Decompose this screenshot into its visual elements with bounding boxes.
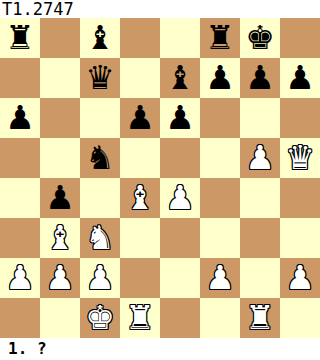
square-a7[interactable] (0, 58, 40, 98)
white-knight[interactable]: ♞ (85, 218, 115, 258)
square-a6[interactable]: ♟ (0, 98, 40, 138)
square-d3[interactable] (120, 218, 160, 258)
square-c6[interactable] (80, 98, 120, 138)
square-a5[interactable] (0, 138, 40, 178)
square-g1[interactable]: ♜ (240, 298, 280, 338)
square-a8[interactable]: ♜ (0, 18, 40, 58)
black-pawn[interactable]: ♟ (125, 98, 155, 138)
square-c5[interactable]: ♞ (80, 138, 120, 178)
white-queen[interactable]: ♛ (285, 138, 315, 178)
black-bishop[interactable]: ♝ (165, 58, 195, 98)
square-e3[interactable] (160, 218, 200, 258)
square-h1[interactable] (280, 298, 320, 338)
square-d7[interactable] (120, 58, 160, 98)
square-g5[interactable]: ♟ (240, 138, 280, 178)
square-f4[interactable] (200, 178, 240, 218)
square-f1[interactable] (200, 298, 240, 338)
black-knight[interactable]: ♞ (85, 138, 115, 178)
white-king[interactable]: ♚ (85, 298, 115, 338)
square-e2[interactable] (160, 258, 200, 298)
move-prompt: 1. ? (8, 340, 47, 358)
square-h8[interactable] (280, 18, 320, 58)
square-e1[interactable] (160, 298, 200, 338)
square-a2[interactable]: ♟ (0, 258, 40, 298)
square-a4[interactable] (0, 178, 40, 218)
square-b1[interactable] (40, 298, 80, 338)
square-h3[interactable] (280, 218, 320, 258)
black-pawn[interactable]: ♟ (165, 98, 195, 138)
square-f6[interactable] (200, 98, 240, 138)
square-f7[interactable]: ♟ (200, 58, 240, 98)
square-b3[interactable]: ♝ (40, 218, 80, 258)
square-a3[interactable] (0, 218, 40, 258)
square-e6[interactable]: ♟ (160, 98, 200, 138)
white-bishop[interactable]: ♝ (125, 178, 155, 218)
square-g8[interactable]: ♚ (240, 18, 280, 58)
square-b4[interactable]: ♟ (40, 178, 80, 218)
square-b6[interactable] (40, 98, 80, 138)
square-g7[interactable]: ♟ (240, 58, 280, 98)
square-e8[interactable] (160, 18, 200, 58)
square-h5[interactable]: ♛ (280, 138, 320, 178)
white-pawn[interactable]: ♟ (85, 258, 115, 298)
white-rook[interactable]: ♜ (245, 298, 275, 338)
black-pawn[interactable]: ♟ (245, 58, 275, 98)
white-bishop[interactable]: ♝ (45, 218, 75, 258)
square-h6[interactable] (280, 98, 320, 138)
square-a1[interactable] (0, 298, 40, 338)
square-e4[interactable]: ♟ (160, 178, 200, 218)
black-rook[interactable]: ♜ (5, 18, 35, 58)
square-c4[interactable] (80, 178, 120, 218)
square-f5[interactable] (200, 138, 240, 178)
white-pawn[interactable]: ♟ (165, 178, 195, 218)
square-h2[interactable]: ♟ (280, 258, 320, 298)
square-h4[interactable] (280, 178, 320, 218)
black-pawn[interactable]: ♟ (205, 58, 235, 98)
square-d6[interactable]: ♟ (120, 98, 160, 138)
square-f8[interactable]: ♜ (200, 18, 240, 58)
square-d8[interactable] (120, 18, 160, 58)
position-id: T1.2747 (2, 0, 74, 18)
square-e5[interactable] (160, 138, 200, 178)
white-pawn[interactable]: ♟ (245, 138, 275, 178)
black-pawn[interactable]: ♟ (45, 178, 75, 218)
square-c7[interactable]: ♛ (80, 58, 120, 98)
black-pawn[interactable]: ♟ (5, 98, 35, 138)
square-c8[interactable]: ♝ (80, 18, 120, 58)
square-d4[interactable]: ♝ (120, 178, 160, 218)
square-b8[interactable] (40, 18, 80, 58)
white-pawn[interactable]: ♟ (205, 258, 235, 298)
chess-board: ♜♝♜♚♛♝♟♟♟♟♟♟♞♟♛♟♝♟♝♞♟♟♟♟♟♚♜♜ (0, 18, 320, 338)
square-d5[interactable] (120, 138, 160, 178)
square-g6[interactable] (240, 98, 280, 138)
black-bishop[interactable]: ♝ (85, 18, 115, 58)
white-rook[interactable]: ♜ (125, 298, 155, 338)
white-pawn[interactable]: ♟ (45, 258, 75, 298)
square-c3[interactable]: ♞ (80, 218, 120, 258)
square-d2[interactable] (120, 258, 160, 298)
square-g2[interactable] (240, 258, 280, 298)
square-c1[interactable]: ♚ (80, 298, 120, 338)
square-c2[interactable]: ♟ (80, 258, 120, 298)
square-b7[interactable] (40, 58, 80, 98)
square-h7[interactable]: ♟ (280, 58, 320, 98)
square-f3[interactable] (200, 218, 240, 258)
square-b2[interactable]: ♟ (40, 258, 80, 298)
black-queen[interactable]: ♛ (85, 58, 115, 98)
square-e7[interactable]: ♝ (160, 58, 200, 98)
square-g3[interactable] (240, 218, 280, 258)
black-king[interactable]: ♚ (245, 18, 275, 58)
square-d1[interactable]: ♜ (120, 298, 160, 338)
square-g4[interactable] (240, 178, 280, 218)
square-b5[interactable] (40, 138, 80, 178)
white-pawn[interactable]: ♟ (285, 258, 315, 298)
square-f2[interactable]: ♟ (200, 258, 240, 298)
white-pawn[interactable]: ♟ (5, 258, 35, 298)
black-rook[interactable]: ♜ (205, 18, 235, 58)
black-pawn[interactable]: ♟ (285, 58, 315, 98)
